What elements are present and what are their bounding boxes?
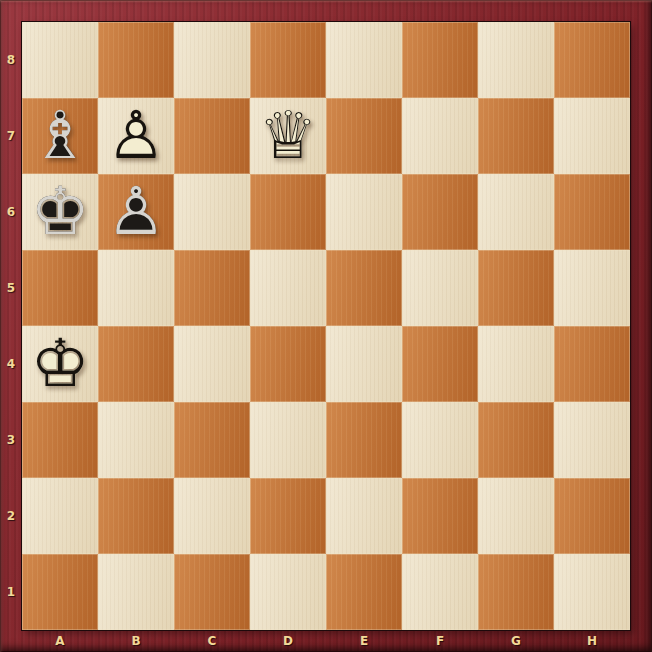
rank-label-6: 6 [0,174,22,250]
square-g7[interactable] [478,98,554,174]
square-f8[interactable] [402,22,478,98]
square-h5[interactable] [554,250,630,326]
square-d4[interactable] [250,326,326,402]
white-pawn-outline-icon: ♙ [98,98,174,174]
file-label-b: B [98,630,174,652]
square-b5[interactable] [98,250,174,326]
file-label-g: G [478,630,554,652]
square-f4[interactable] [402,326,478,402]
square-e6[interactable] [326,174,402,250]
square-a8[interactable] [22,22,98,98]
white-king-outline-icon: ♔ [22,326,98,402]
file-label-f: F [402,630,478,652]
square-a5[interactable] [22,250,98,326]
square-g4[interactable] [478,326,554,402]
square-h6[interactable] [554,174,630,250]
piece-black-pawn[interactable]: ♟♙ [98,174,174,250]
square-b2[interactable] [98,478,174,554]
rank-label-2: 2 [0,478,22,554]
square-f7[interactable] [402,98,478,174]
square-h1[interactable] [554,554,630,630]
square-f3[interactable] [402,402,478,478]
square-e1[interactable] [326,554,402,630]
square-a2[interactable] [22,478,98,554]
square-c2[interactable] [174,478,250,554]
square-c5[interactable] [174,250,250,326]
square-h7[interactable] [554,98,630,174]
white-queen-outline-icon: ♕ [250,98,326,174]
square-b1[interactable] [98,554,174,630]
file-label-c: C [174,630,250,652]
square-f1[interactable] [402,554,478,630]
square-a6[interactable]: ♚♔ [22,174,98,250]
black-pawn-outline-icon: ♙ [98,174,174,250]
piece-white-queen[interactable]: ♛♕ [250,98,326,174]
square-d5[interactable] [250,250,326,326]
square-c4[interactable] [174,326,250,402]
square-b7[interactable]: ♟♙ [98,98,174,174]
square-g5[interactable] [478,250,554,326]
square-g2[interactable] [478,478,554,554]
file-label-h: H [554,630,630,652]
black-king-outline-icon: ♔ [22,174,98,250]
piece-white-king[interactable]: ♚♔ [22,326,98,402]
square-d6[interactable] [250,174,326,250]
piece-white-pawn[interactable]: ♟♙ [98,98,174,174]
square-f5[interactable] [402,250,478,326]
rank-label-5: 5 [0,250,22,326]
square-g3[interactable] [478,402,554,478]
square-h8[interactable] [554,22,630,98]
file-label-a: A [22,630,98,652]
square-b3[interactable] [98,402,174,478]
chess-diagram: ♝♗♟♙♛♕♚♔♟♙♚♔ 87654321ABCDEFGH [0,0,652,652]
square-c6[interactable] [174,174,250,250]
square-c1[interactable] [174,554,250,630]
square-a1[interactable] [22,554,98,630]
square-h2[interactable] [554,478,630,554]
rank-label-7: 7 [0,98,22,174]
square-d3[interactable] [250,402,326,478]
square-b8[interactable] [98,22,174,98]
square-h3[interactable] [554,402,630,478]
square-b6[interactable]: ♟♙ [98,174,174,250]
square-g1[interactable] [478,554,554,630]
file-label-e: E [326,630,402,652]
piece-black-king[interactable]: ♚♔ [22,174,98,250]
square-d8[interactable] [250,22,326,98]
rank-label-8: 8 [0,22,22,98]
square-a4[interactable]: ♚♔ [22,326,98,402]
square-c3[interactable] [174,402,250,478]
square-e8[interactable] [326,22,402,98]
square-e5[interactable] [326,250,402,326]
file-label-d: D [250,630,326,652]
square-h4[interactable] [554,326,630,402]
square-a3[interactable] [22,402,98,478]
square-b4[interactable] [98,326,174,402]
square-f2[interactable] [402,478,478,554]
square-g8[interactable] [478,22,554,98]
square-d1[interactable] [250,554,326,630]
square-f6[interactable] [402,174,478,250]
square-c8[interactable] [174,22,250,98]
square-e4[interactable] [326,326,402,402]
square-e2[interactable] [326,478,402,554]
rank-label-3: 3 [0,402,22,478]
square-c7[interactable] [174,98,250,174]
square-g6[interactable] [478,174,554,250]
square-d7[interactable]: ♛♕ [250,98,326,174]
chess-board: ♝♗♟♙♛♕♚♔♟♙♚♔ [22,22,630,630]
rank-label-4: 4 [0,326,22,402]
piece-black-bishop[interactable]: ♝♗ [22,98,98,174]
square-a7[interactable]: ♝♗ [22,98,98,174]
square-e7[interactable] [326,98,402,174]
rank-label-1: 1 [0,554,22,630]
black-bishop-outline-icon: ♗ [22,98,98,174]
square-d2[interactable] [250,478,326,554]
square-e3[interactable] [326,402,402,478]
